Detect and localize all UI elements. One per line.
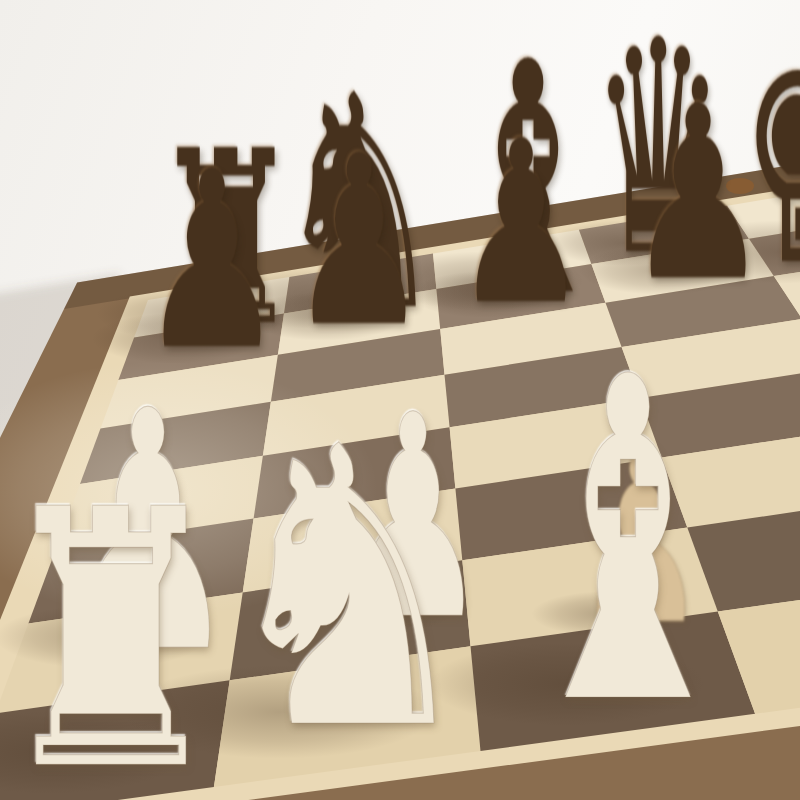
black-pawn-d7[interactable]: ♟: [627, 74, 769, 314]
white-knight-b1[interactable]: ♞: [213, 398, 482, 783]
white-rook-a1[interactable]: ♜: [0, 464, 230, 800]
black-pawn-b7[interactable]: ♟: [289, 124, 428, 359]
white-bishop-c1[interactable]: ♝: [508, 321, 747, 766]
chess-photo-scene: ♛♚♟♝♟♞♜♟♟♟♟♟♝♞♜: [0, 0, 800, 800]
